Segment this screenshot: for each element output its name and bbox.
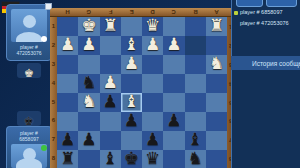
file-label-d: D	[142, 8, 163, 16]
square-b6[interactable]	[185, 112, 206, 131]
square-d4[interactable]	[142, 74, 163, 93]
avatar-silhouette-body	[16, 158, 42, 168]
white-piece-N-a3: ♞	[206, 53, 227, 74]
square-c6[interactable]: ♟	[163, 112, 184, 131]
square-h8[interactable]: ♜	[57, 150, 78, 168]
white-player-card[interactable]: player # 472053076	[6, 4, 52, 61]
square-d8[interactable]: ♛	[142, 150, 163, 168]
square-g7[interactable]: ♟	[78, 131, 99, 150]
black-piece-N-b8: ♞	[185, 148, 206, 168]
white-piece-R-f1: ♜	[100, 15, 121, 36]
board-frame-left: 12345678	[50, 17, 57, 168]
square-e5[interactable]: ♝	[121, 93, 142, 112]
black-piece-R-h8: ♜	[57, 148, 78, 168]
square-f1[interactable]: ♜	[100, 17, 121, 36]
square-a2[interactable]	[206, 36, 227, 55]
square-h1[interactable]	[57, 17, 78, 36]
avatar-silhouette-head	[23, 15, 36, 28]
white-piece-B-e5: ♝	[121, 91, 142, 112]
message-history-label: История сообщений	[252, 60, 300, 67]
black-piece-P-d7: ♟	[142, 129, 163, 150]
white-piece-P-h2: ♟	[57, 34, 78, 55]
square-f5[interactable]: ♟	[100, 93, 121, 112]
square-f3[interactable]	[100, 55, 121, 74]
black-piece-P-h7: ♟	[57, 129, 78, 150]
black-piece-Q-d8: ♛	[142, 148, 163, 168]
square-b8[interactable]: ♞	[185, 150, 206, 168]
black-piece-P-g7: ♟	[78, 129, 99, 150]
square-f4[interactable]: ♟	[100, 74, 121, 93]
rank-label-left-2: 2	[50, 36, 57, 55]
white-piece-P-f4: ♟	[100, 72, 121, 93]
square-a6[interactable]	[206, 112, 227, 131]
square-h7[interactable]: ♟	[57, 131, 78, 150]
square-b1[interactable]	[185, 17, 206, 36]
square-d2[interactable]: ♟	[142, 36, 163, 55]
black-piece-K-e8: ♚	[121, 148, 142, 168]
panel-player-1[interactable]: player # 6858097	[240, 9, 283, 15]
black-piece-P-c6: ♟	[163, 110, 184, 131]
board-frame-top: HGFEDCBA	[50, 8, 234, 17]
black-piece-P-e6: ♟	[121, 110, 142, 131]
square-e3[interactable]: ♟	[121, 55, 142, 74]
square-a1[interactable]: ♜	[206, 17, 227, 36]
avatar-silhouette-body	[16, 32, 42, 42]
square-a3[interactable]: ♞	[206, 55, 227, 74]
square-g6[interactable]	[78, 112, 99, 131]
black-piece-B-b7: ♝	[185, 129, 206, 150]
chess-board[interactable]: ♚♜♛♜♟♟♝♟♟♟♞♞♟♞♟♝♟♟♟♟♟♝♜♝♚♛♞	[57, 17, 227, 168]
square-a7[interactable]	[206, 131, 227, 150]
black-player-id: 6858097	[7, 136, 51, 142]
square-d3[interactable]	[142, 55, 163, 74]
square-c4[interactable]	[163, 74, 184, 93]
white-piece-P-d2: ♟	[142, 34, 163, 55]
square-g2[interactable]: ♟	[78, 36, 99, 55]
square-a8[interactable]	[206, 150, 227, 168]
rank-label-left-7: 7	[50, 130, 57, 149]
white-player-id: 472053076	[7, 50, 51, 56]
square-g5[interactable]: ♞	[78, 93, 99, 112]
square-c8[interactable]	[163, 150, 184, 168]
square-g1[interactable]: ♚	[78, 17, 99, 36]
panel-tab-left[interactable]	[236, 0, 263, 7]
file-label-f: F	[100, 8, 121, 16]
app-window: player # 472053076 ♚ ♚ player # 6858097 …	[0, 0, 300, 168]
file-label-h: H	[57, 8, 78, 16]
rank-label-left-8: 8	[50, 149, 57, 168]
panel-tab-right[interactable]	[266, 0, 297, 7]
square-e4[interactable]	[121, 74, 142, 93]
white-piece-R-a1: ♜	[206, 15, 227, 36]
black-piece-B-f8: ♝	[100, 148, 121, 168]
square-f8[interactable]: ♝	[100, 150, 121, 168]
panel-player-dot	[234, 11, 238, 15]
rank-label-left-4: 4	[50, 74, 57, 93]
square-c3[interactable]	[163, 55, 184, 74]
square-a5[interactable]	[206, 93, 227, 112]
panel-edge-line	[231, 0, 232, 168]
rank-label-left-1: 1	[50, 17, 57, 36]
white-piece-P-g2: ♟	[78, 34, 99, 55]
file-label-b: B	[185, 8, 206, 16]
white-piece-N-g5: ♞	[78, 91, 99, 112]
square-g3[interactable]	[78, 55, 99, 74]
black-piece-N-g4: ♞	[78, 72, 99, 93]
square-f2[interactable]	[100, 36, 121, 55]
square-f7[interactable]	[100, 131, 121, 150]
panel-player-2[interactable]: player # 472053076	[240, 20, 289, 26]
file-label-c: C	[163, 8, 184, 16]
rank-label-left-3: 3	[50, 55, 57, 74]
square-e2[interactable]: ♝	[121, 36, 142, 55]
rank-label-left-6: 6	[50, 111, 57, 130]
square-b2[interactable]	[185, 36, 206, 55]
white-piece-B-e2: ♝	[121, 34, 142, 55]
square-h6[interactable]	[57, 112, 78, 131]
square-g4[interactable]: ♞	[78, 74, 99, 93]
rank-label-left-5: 5	[50, 93, 57, 112]
white-piece-K-g1: ♚	[78, 15, 99, 36]
white-piece-P-e3: ♟	[121, 53, 142, 74]
white-king-icon: ♚	[24, 67, 34, 79]
square-b4[interactable]	[185, 74, 206, 93]
file-label-g: G	[78, 8, 99, 16]
black-player-online-dot	[41, 145, 47, 151]
square-d5[interactable]	[142, 93, 163, 112]
black-side-indicator: ♚	[17, 111, 41, 126]
square-d7[interactable]: ♟	[142, 131, 163, 150]
square-e7[interactable]	[121, 131, 142, 150]
square-e6[interactable]: ♟	[121, 112, 142, 131]
square-b3[interactable]	[185, 55, 206, 74]
right-panel: player # 6858097 player # 472053076 Исто…	[231, 0, 300, 168]
message-history-button[interactable]: История сообщений	[231, 56, 300, 70]
square-b7[interactable]: ♝	[185, 131, 206, 150]
square-h3[interactable]	[57, 55, 78, 74]
square-g8[interactable]	[78, 150, 99, 168]
square-c2[interactable]: ♟	[163, 36, 184, 55]
file-label-a: A	[206, 8, 227, 16]
square-c7[interactable]	[163, 131, 184, 150]
black-piece-P-f5: ♟	[100, 91, 121, 112]
square-e8[interactable]: ♚	[121, 150, 142, 168]
square-d1[interactable]: ♛	[142, 17, 163, 36]
black-player-card[interactable]: player # 6858097	[6, 126, 52, 168]
white-piece-P-c2: ♟	[163, 34, 184, 55]
white-piece-Q-d1: ♛	[142, 15, 163, 36]
square-b5[interactable]	[185, 93, 206, 112]
square-a4[interactable]	[206, 74, 227, 93]
square-f6[interactable]	[100, 112, 121, 131]
white-player-status-dot	[41, 36, 47, 42]
square-h5[interactable]	[57, 93, 78, 112]
square-c5[interactable]	[163, 93, 184, 112]
square-e1[interactable]	[121, 17, 142, 36]
square-h2[interactable]: ♟	[57, 36, 78, 55]
square-d6[interactable]	[142, 112, 163, 131]
square-h4[interactable]	[57, 74, 78, 93]
white-side-indicator: ♚	[17, 63, 41, 78]
file-label-e: E	[121, 8, 142, 16]
square-c1[interactable]	[163, 17, 184, 36]
